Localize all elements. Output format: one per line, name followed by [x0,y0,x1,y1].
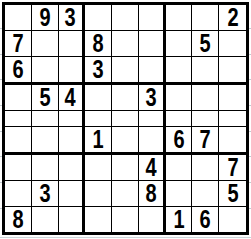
cell-r7c9[interactable]: 7 [219,155,246,181]
sudoku-board: 9327856354316747385816 [2,2,249,235]
given-digit: 1 [173,207,184,232]
margin-gridline-tick [249,208,251,209]
cell-r7c4[interactable] [85,155,112,181]
given-digit: 6 [12,57,23,82]
cell-r3c4[interactable]: 3 [85,57,112,85]
given-digit: 8 [12,207,23,232]
cell-r2c9[interactable] [219,31,246,57]
cell-r7c3[interactable] [59,155,86,181]
margin-gridline-tick [249,156,251,157]
cell-r8c8[interactable] [192,181,219,207]
cell-r5c9[interactable] [219,111,246,127]
margin-gridline-tick [249,182,251,183]
given-digit: 8 [93,31,104,56]
given-digit: 3 [65,5,76,30]
cell-r9c8[interactable]: 6 [192,207,219,232]
given-digit: 5 [200,31,211,56]
cell-r8c4[interactable] [85,181,112,207]
cell-r1c4[interactable] [85,5,112,31]
cell-r9c5[interactable] [112,207,139,232]
cell-r1c7[interactable] [166,5,193,31]
cell-r3c5[interactable] [112,57,139,85]
given-digit: 1 [93,127,104,152]
cell-r1c3[interactable]: 3 [59,5,86,31]
margin-gridline-tick [0,156,2,157]
cell-r7c6[interactable]: 4 [139,155,166,181]
cell-r3c3[interactable] [59,57,86,85]
cell-r3c9[interactable] [219,57,246,85]
cell-r4c6[interactable]: 3 [139,85,166,111]
margin-gridline-tick [249,79,251,80]
cell-r1c1[interactable] [5,5,32,31]
margin-gridline-tick [249,131,251,132]
cell-r2c2[interactable] [32,31,59,57]
cell-r5c2[interactable] [32,111,59,127]
margin-gridline-tick [249,28,251,29]
margin-gridline-tick [0,182,2,183]
cell-r1c9[interactable]: 2 [219,5,246,31]
cell-r7c1[interactable] [5,155,32,181]
cell-r1c8[interactable] [192,5,219,31]
cell-r5c1[interactable] [5,111,32,127]
cell-r6c9[interactable] [219,127,246,155]
cell-r3c6[interactable] [139,57,166,85]
cell-r6c8[interactable]: 7 [192,127,219,155]
cell-r4c2[interactable]: 5 [32,85,59,111]
cell-r9c7[interactable]: 1 [166,207,193,232]
cell-r9c4[interactable] [85,207,112,232]
cell-r8c9[interactable]: 5 [219,181,246,207]
given-digit: 6 [173,127,184,152]
cell-r6c7[interactable]: 6 [166,127,193,155]
cell-r2c1[interactable]: 7 [5,31,32,57]
cell-r2c4[interactable]: 8 [85,31,112,57]
margin-gridline-tick [0,131,2,132]
margin-gridline-tick [249,105,251,106]
cell-r7c2[interactable] [32,155,59,181]
bottom-margin-gridline [0,237,251,238]
cell-r2c3[interactable] [59,31,86,57]
cell-r9c1[interactable]: 8 [5,207,32,232]
cell-r8c1[interactable] [5,181,32,207]
cell-r6c2[interactable] [32,127,59,155]
given-digit: 7 [200,127,211,152]
sudoku-screenshot: 9327856354316747385816 [0,0,251,239]
cell-r4c1[interactable] [5,85,32,111]
cell-r1c6[interactable] [139,5,166,31]
margin-gridline-tick [0,208,2,209]
cell-r6c1[interactable] [5,127,32,155]
cell-r9c2[interactable] [32,207,59,232]
margin-gridline-tick [249,54,251,55]
cell-r7c7[interactable] [166,155,193,181]
cell-r9c9[interactable] [219,207,246,232]
cell-r4c5[interactable] [112,85,139,111]
cell-r6c6[interactable] [139,127,166,155]
cell-r6c3[interactable] [59,127,86,155]
cell-r2c7[interactable] [166,31,193,57]
cell-r2c8[interactable]: 5 [192,31,219,57]
cell-r4c8[interactable] [192,85,219,111]
cell-r3c8[interactable] [192,57,219,85]
cell-r5c3[interactable] [59,111,86,127]
given-digit: 6 [200,207,211,232]
margin-gridline-tick [0,79,2,80]
cell-r4c9[interactable] [219,85,246,111]
given-digit: 2 [227,5,238,30]
margin-gridline-tick [0,54,2,55]
margin-gridline-tick [0,105,2,106]
cell-r9c3[interactable] [59,207,86,232]
cell-r8c5[interactable] [112,181,139,207]
given-digit: 3 [93,57,104,82]
cell-r4c7[interactable] [166,85,193,111]
given-digit: 4 [65,85,76,110]
given-digit: 5 [39,85,50,110]
cell-r2c5[interactable] [112,31,139,57]
cell-r3c2[interactable] [32,57,59,85]
cell-r3c1[interactable]: 6 [5,57,32,85]
given-digit: 3 [39,181,50,206]
given-digit: 9 [39,5,50,30]
cell-r7c8[interactable] [192,155,219,181]
cell-r8c6[interactable]: 8 [139,181,166,207]
cell-r7c5[interactable] [112,155,139,181]
cell-r9c6[interactable] [139,207,166,232]
cell-r5c5[interactable] [112,111,139,127]
cell-r8c3[interactable] [59,181,86,207]
given-digit: 8 [145,181,156,206]
cell-r4c3[interactable]: 4 [59,85,86,111]
given-digit: 3 [145,85,156,110]
given-digit: 7 [227,155,238,180]
cell-r4c4[interactable] [85,85,112,111]
cell-r1c5[interactable] [112,5,139,31]
given-digit: 4 [145,155,156,180]
given-digit: 5 [227,181,238,206]
cell-r6c4[interactable]: 1 [85,127,112,155]
cell-r1c2[interactable]: 9 [32,5,59,31]
cell-r5c6[interactable] [139,111,166,127]
cell-r8c2[interactable]: 3 [32,181,59,207]
cell-r3c7[interactable] [166,57,193,85]
cell-r8c7[interactable] [166,181,193,207]
margin-gridline-tick [0,28,2,29]
given-digit: 7 [12,31,23,56]
cell-r6c5[interactable] [112,127,139,155]
cell-r2c6[interactable] [139,31,166,57]
